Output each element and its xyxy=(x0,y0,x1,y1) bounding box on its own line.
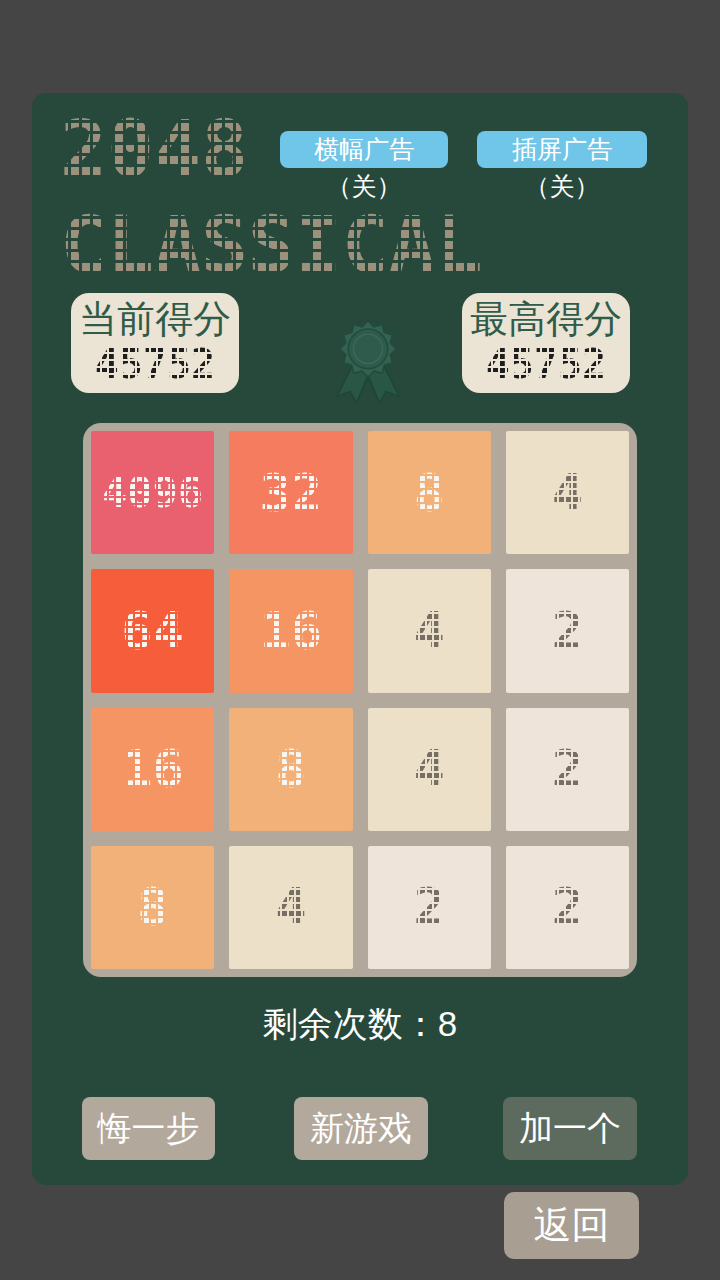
interstitial-ad-toggle-button[interactable]: 插屏广告（关） xyxy=(477,131,647,168)
tile-number: 4 xyxy=(413,601,444,661)
current-score-value: 45752 xyxy=(71,341,239,387)
tile-r1c1-value-4096: 4096 xyxy=(91,431,214,554)
app-logo: 2048 CLASSICAL xyxy=(60,101,483,293)
tile-number: 2 xyxy=(552,601,583,661)
undo-button[interactable]: 悔一步 xyxy=(82,1097,215,1160)
remaining-moves-value: 8 xyxy=(438,1004,457,1043)
tile-number: 4 xyxy=(552,463,583,523)
best-score-label: 最高得分 xyxy=(462,297,630,341)
back-button[interactable]: 返回 xyxy=(504,1192,639,1259)
remaining-moves-label: 剩余次数： xyxy=(263,1004,438,1043)
current-score-box: 当前得分 45752 xyxy=(71,293,239,393)
tile-r4c3-value-2: 2 xyxy=(368,846,491,969)
banner-ad-toggle-button[interactable]: 横幅广告（关） xyxy=(280,131,448,168)
tile-r4c2-value-4: 4 xyxy=(229,846,352,969)
add-tile-button[interactable]: 加一个 xyxy=(503,1097,637,1160)
tile-r4c1-value-8: 8 xyxy=(91,846,214,969)
tile-r1c2-value-32: 32 xyxy=(229,431,352,554)
tile-r3c1-value-16: 16 xyxy=(91,708,214,831)
current-score-label: 当前得分 xyxy=(71,297,239,341)
tile-number: 4 xyxy=(413,739,444,799)
tile-number: 2 xyxy=(413,877,444,937)
tile-r3c3-value-4: 4 xyxy=(368,708,491,831)
award-ribbon-icon xyxy=(328,303,408,403)
logo-line-classical: CLASSICAL xyxy=(60,197,483,293)
tile-r1c3-value-8: 8 xyxy=(368,431,491,554)
tile-r2c2-value-16: 16 xyxy=(229,569,352,692)
tile-number: 32 xyxy=(260,463,323,523)
tile-r4c4-value-2: 2 xyxy=(506,846,629,969)
tile-number: 2 xyxy=(552,739,583,799)
best-score-box: 最高得分 45752 xyxy=(462,293,630,393)
new-game-button[interactable]: 新游戏 xyxy=(294,1097,428,1160)
tile-number: 64 xyxy=(121,601,184,661)
tile-number: 16 xyxy=(121,739,184,799)
best-score-value: 45752 xyxy=(462,341,630,387)
game-panel: 2048 CLASSICAL 横幅广告（关） 插屏广告（关） 当前得分 4575… xyxy=(32,93,688,1185)
tile-number: 8 xyxy=(137,877,168,937)
tile-number: 8 xyxy=(413,463,444,523)
tile-number: 4 xyxy=(275,877,306,937)
tile-r3c2-value-8: 8 xyxy=(229,708,352,831)
tile-number: 8 xyxy=(275,739,306,799)
tile-r2c4-value-2: 2 xyxy=(506,569,629,692)
board-grid[interactable]: 40963284641642168428422 xyxy=(83,423,637,977)
tile-number: 2 xyxy=(552,877,583,937)
tile-number: 16 xyxy=(260,601,323,661)
tile-r2c3-value-4: 4 xyxy=(368,569,491,692)
tile-r3c4-value-2: 2 xyxy=(506,708,629,831)
remaining-moves-status: 剩余次数：8 xyxy=(32,1001,688,1048)
tile-r1c4-value-4: 4 xyxy=(506,431,629,554)
tile-r2c1-value-64: 64 xyxy=(91,569,214,692)
tile-number: 4096 xyxy=(102,468,203,517)
